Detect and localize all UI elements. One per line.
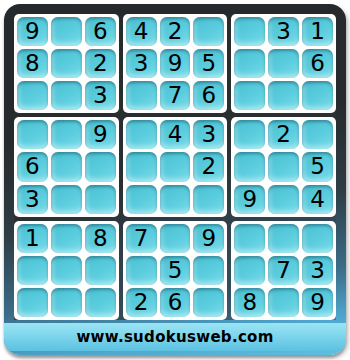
cell-r4c3: 9 — [85, 120, 116, 149]
cell-r3c7[interactable] — [234, 81, 265, 110]
cell-r4c5: 4 — [160, 120, 191, 149]
cell-r6c7: 9 — [234, 185, 265, 214]
cell-r7c6: 9 — [193, 224, 224, 253]
cell-r7c5[interactable] — [160, 224, 191, 253]
cell-r7c3: 8 — [85, 224, 116, 253]
cell-r1c7[interactable] — [234, 17, 265, 46]
cell-r4c8: 2 — [268, 120, 299, 149]
cell-r5c3[interactable] — [85, 152, 116, 181]
cell-r3c4[interactable] — [126, 81, 157, 110]
cell-r7c1: 1 — [17, 224, 48, 253]
cell-r6c9: 4 — [302, 185, 333, 214]
cell-r4c6: 3 — [193, 120, 224, 149]
cell-r2c6: 5 — [193, 49, 224, 78]
cell-r3c6: 6 — [193, 81, 224, 110]
cell-r2c9: 6 — [302, 49, 333, 78]
box-r1c1: 96823 — [14, 14, 119, 113]
cell-r1c3: 6 — [85, 17, 116, 46]
cell-r5c8[interactable] — [268, 152, 299, 181]
cell-r6c2[interactable] — [51, 185, 82, 214]
cell-r8c9: 3 — [302, 256, 333, 285]
box-r1c2: 4239576 — [123, 14, 228, 113]
cell-r7c2[interactable] — [51, 224, 82, 253]
cell-r9c1[interactable] — [17, 288, 48, 317]
cell-r8c5: 5 — [160, 256, 191, 285]
cell-r5c4[interactable] — [126, 152, 157, 181]
cell-r3c9[interactable] — [302, 81, 333, 110]
box-r2c3: 2594 — [231, 117, 336, 216]
cell-r9c2[interactable] — [51, 288, 82, 317]
cell-r4c7[interactable] — [234, 120, 265, 149]
cell-r9c8[interactable] — [268, 288, 299, 317]
cell-r6c1: 3 — [17, 185, 48, 214]
cell-r9c7: 8 — [234, 288, 265, 317]
cell-r8c3[interactable] — [85, 256, 116, 285]
cell-r2c8[interactable] — [268, 49, 299, 78]
cell-r5c6: 2 — [193, 152, 224, 181]
cell-r2c2[interactable] — [51, 49, 82, 78]
site-url: www.sudokusweb.com — [76, 328, 273, 346]
cell-r4c9[interactable] — [302, 120, 333, 149]
cell-r6c3[interactable] — [85, 185, 116, 214]
cell-r6c5[interactable] — [160, 185, 191, 214]
board-frame: 968234239576316963432259418795267389 www… — [4, 4, 346, 355]
cell-r3c5: 7 — [160, 81, 191, 110]
box-r3c3: 7389 — [231, 221, 336, 320]
box-r2c2: 432 — [123, 117, 228, 216]
cell-r1c6[interactable] — [193, 17, 224, 46]
box-r3c1: 18 — [14, 221, 119, 320]
cell-r8c6[interactable] — [193, 256, 224, 285]
box-r3c2: 79526 — [123, 221, 228, 320]
cell-r8c7[interactable] — [234, 256, 265, 285]
box-r2c1: 963 — [14, 117, 119, 216]
cell-r5c2[interactable] — [51, 152, 82, 181]
cell-r6c8[interactable] — [268, 185, 299, 214]
cell-r8c8: 7 — [268, 256, 299, 285]
cell-r8c4[interactable] — [126, 256, 157, 285]
cell-r2c3: 2 — [85, 49, 116, 78]
footer-band: www.sudokusweb.com — [4, 323, 346, 351]
cell-r2c4: 3 — [126, 49, 157, 78]
cell-r8c2[interactable] — [51, 256, 82, 285]
cell-r9c4: 2 — [126, 288, 157, 317]
cell-r5c1: 6 — [17, 152, 48, 181]
cell-r4c2[interactable] — [51, 120, 82, 149]
cell-r6c6[interactable] — [193, 185, 224, 214]
cell-r7c9[interactable] — [302, 224, 333, 253]
cell-r3c3: 3 — [85, 81, 116, 110]
cell-r1c8: 3 — [268, 17, 299, 46]
cell-r1c9: 1 — [302, 17, 333, 46]
cell-r5c9: 5 — [302, 152, 333, 181]
cell-r1c5: 2 — [160, 17, 191, 46]
cell-r8c1[interactable] — [17, 256, 48, 285]
cell-r6c4[interactable] — [126, 185, 157, 214]
sudoku-page: 968234239576316963432259418795267389 www… — [0, 0, 350, 360]
cell-r2c7[interactable] — [234, 49, 265, 78]
cell-r5c5[interactable] — [160, 152, 191, 181]
cell-r1c1: 9 — [17, 17, 48, 46]
cell-r9c6[interactable] — [193, 288, 224, 317]
cell-r3c1[interactable] — [17, 81, 48, 110]
sudoku-board: 968234239576316963432259418795267389 — [14, 14, 336, 320]
cell-r7c7[interactable] — [234, 224, 265, 253]
cell-r1c2[interactable] — [51, 17, 82, 46]
cell-r3c2[interactable] — [51, 81, 82, 110]
cell-r1c4: 4 — [126, 17, 157, 46]
cell-r5c7[interactable] — [234, 152, 265, 181]
cell-r7c4: 7 — [126, 224, 157, 253]
cell-r4c1[interactable] — [17, 120, 48, 149]
box-r1c3: 316 — [231, 14, 336, 113]
cell-r3c8[interactable] — [268, 81, 299, 110]
cell-r2c1: 8 — [17, 49, 48, 78]
cell-r9c5: 6 — [160, 288, 191, 317]
cell-r9c9: 9 — [302, 288, 333, 317]
cell-r4c4[interactable] — [126, 120, 157, 149]
cell-r2c5: 9 — [160, 49, 191, 78]
cell-r9c3[interactable] — [85, 288, 116, 317]
cell-r7c8[interactable] — [268, 224, 299, 253]
